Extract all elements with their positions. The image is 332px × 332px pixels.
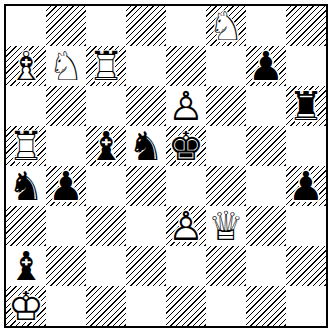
page-background: ♞♘♝♗♞♘♜♖♟♟♟♙♜♜♜♖♝♝♞♞♚♚♞♞♟♟♟♟♟♙♛♕♝♝♚♔ bbox=[0, 4, 332, 332]
square-d2[interactable] bbox=[126, 246, 166, 286]
white-bishop-a7: ♝♗ bbox=[6, 46, 46, 86]
square-a4[interactable]: ♞♞ bbox=[6, 166, 46, 206]
square-a2[interactable]: ♝♝ bbox=[6, 246, 46, 286]
square-c5[interactable]: ♝♝ bbox=[86, 126, 126, 166]
piece-halo: ♝ bbox=[8, 246, 44, 286]
white-knight-f8: ♞♘ bbox=[206, 6, 246, 46]
square-c3[interactable] bbox=[86, 206, 126, 246]
square-b1[interactable] bbox=[46, 286, 86, 326]
piece-glyph: ♕ bbox=[208, 206, 244, 246]
square-f2[interactable] bbox=[206, 246, 246, 286]
square-f4[interactable] bbox=[206, 166, 246, 206]
piece-glyph: ♖ bbox=[88, 46, 124, 86]
square-a5[interactable]: ♜♖ bbox=[6, 126, 46, 166]
piece-glyph: ♙ bbox=[168, 206, 204, 246]
square-e3[interactable]: ♟♙ bbox=[166, 206, 206, 246]
square-g4[interactable] bbox=[246, 166, 286, 206]
square-h1[interactable] bbox=[286, 286, 326, 326]
piece-halo: ♞ bbox=[48, 46, 84, 86]
white-rook-c7: ♜♖ bbox=[86, 46, 126, 86]
square-h6[interactable]: ♜♜ bbox=[286, 86, 326, 126]
square-f1[interactable] bbox=[206, 286, 246, 326]
black-knight-a4: ♞♞ bbox=[6, 166, 46, 206]
square-g5[interactable] bbox=[246, 126, 286, 166]
piece-halo: ♜ bbox=[8, 126, 44, 166]
piece-halo: ♞ bbox=[8, 166, 44, 206]
square-g1[interactable] bbox=[246, 286, 286, 326]
square-f5[interactable] bbox=[206, 126, 246, 166]
square-h8[interactable] bbox=[286, 6, 326, 46]
piece-glyph: ♟ bbox=[48, 166, 84, 206]
piece-glyph: ♟ bbox=[248, 46, 284, 86]
piece-halo: ♚ bbox=[8, 286, 44, 326]
square-d8[interactable] bbox=[126, 6, 166, 46]
piece-glyph: ♙ bbox=[168, 86, 204, 126]
square-b8[interactable] bbox=[46, 6, 86, 46]
square-d1[interactable] bbox=[126, 286, 166, 326]
square-e8[interactable] bbox=[166, 6, 206, 46]
square-h5[interactable] bbox=[286, 126, 326, 166]
square-g2[interactable] bbox=[246, 246, 286, 286]
black-king-e5: ♚♚ bbox=[166, 126, 206, 166]
square-g8[interactable] bbox=[246, 6, 286, 46]
square-b4[interactable]: ♟♟ bbox=[46, 166, 86, 206]
black-knight-d5: ♞♞ bbox=[126, 126, 166, 166]
square-a7[interactable]: ♝♗ bbox=[6, 46, 46, 86]
square-f6[interactable] bbox=[206, 86, 246, 126]
piece-glyph: ♔ bbox=[8, 286, 44, 326]
piece-halo: ♜ bbox=[88, 46, 124, 86]
square-h3[interactable] bbox=[286, 206, 326, 246]
square-e1[interactable] bbox=[166, 286, 206, 326]
square-h7[interactable] bbox=[286, 46, 326, 86]
black-pawn-g7: ♟♟ bbox=[246, 46, 286, 86]
white-rook-a5: ♜♖ bbox=[6, 126, 46, 166]
piece-halo: ♟ bbox=[288, 166, 324, 206]
piece-halo: ♝ bbox=[8, 46, 44, 86]
piece-glyph: ♚ bbox=[168, 126, 204, 166]
piece-glyph: ♝ bbox=[88, 126, 124, 166]
piece-halo: ♝ bbox=[88, 126, 124, 166]
square-c1[interactable] bbox=[86, 286, 126, 326]
square-c8[interactable] bbox=[86, 6, 126, 46]
piece-halo: ♟ bbox=[248, 46, 284, 86]
white-pawn-e6: ♟♙ bbox=[166, 86, 206, 126]
square-g3[interactable] bbox=[246, 206, 286, 246]
square-h2[interactable] bbox=[286, 246, 326, 286]
white-king-a1: ♚♔ bbox=[6, 286, 46, 326]
square-f3[interactable]: ♛♕ bbox=[206, 206, 246, 246]
square-e7[interactable] bbox=[166, 46, 206, 86]
piece-glyph: ♗ bbox=[8, 46, 44, 86]
piece-glyph: ♞ bbox=[8, 166, 44, 206]
square-e5[interactable]: ♚♚ bbox=[166, 126, 206, 166]
piece-halo: ♜ bbox=[288, 86, 324, 126]
square-a1[interactable]: ♚♔ bbox=[6, 286, 46, 326]
piece-glyph: ♘ bbox=[208, 6, 244, 46]
square-d7[interactable] bbox=[126, 46, 166, 86]
piece-glyph: ♜ bbox=[288, 86, 324, 126]
square-d3[interactable] bbox=[126, 206, 166, 246]
square-c4[interactable] bbox=[86, 166, 126, 206]
piece-glyph: ♝ bbox=[8, 246, 44, 286]
square-b3[interactable] bbox=[46, 206, 86, 246]
square-a8[interactable] bbox=[6, 6, 46, 46]
square-d6[interactable] bbox=[126, 86, 166, 126]
square-b6[interactable] bbox=[46, 86, 86, 126]
square-c6[interactable] bbox=[86, 86, 126, 126]
square-c7[interactable]: ♜♖ bbox=[86, 46, 126, 86]
black-bishop-c5: ♝♝ bbox=[86, 126, 126, 166]
black-pawn-h4: ♟♟ bbox=[286, 166, 326, 206]
square-d5[interactable]: ♞♞ bbox=[126, 126, 166, 166]
piece-glyph: ♞ bbox=[128, 126, 164, 166]
square-b2[interactable] bbox=[46, 246, 86, 286]
white-pawn-e3: ♟♙ bbox=[166, 206, 206, 246]
square-h4[interactable]: ♟♟ bbox=[286, 166, 326, 206]
square-c2[interactable] bbox=[86, 246, 126, 286]
chess-board: ♞♘♝♗♞♘♜♖♟♟♟♙♜♜♜♖♝♝♞♞♚♚♞♞♟♟♟♟♟♙♛♕♝♝♚♔ bbox=[6, 6, 326, 326]
piece-glyph: ♖ bbox=[8, 126, 44, 166]
square-g6[interactable] bbox=[246, 86, 286, 126]
piece-halo: ♞ bbox=[128, 126, 164, 166]
piece-glyph: ♟ bbox=[288, 166, 324, 206]
square-e6[interactable]: ♟♙ bbox=[166, 86, 206, 126]
square-e2[interactable] bbox=[166, 246, 206, 286]
square-d4[interactable] bbox=[126, 166, 166, 206]
white-knight-b7: ♞♘ bbox=[46, 46, 86, 86]
black-bishop-a2: ♝♝ bbox=[6, 246, 46, 286]
square-b5[interactable] bbox=[46, 126, 86, 166]
square-g7[interactable]: ♟♟ bbox=[246, 46, 286, 86]
square-a3[interactable] bbox=[6, 206, 46, 246]
square-f8[interactable]: ♞♘ bbox=[206, 6, 246, 46]
black-pawn-b4: ♟♟ bbox=[46, 166, 86, 206]
piece-halo: ♛ bbox=[208, 206, 244, 246]
piece-glyph: ♘ bbox=[48, 46, 84, 86]
square-f7[interactable] bbox=[206, 46, 246, 86]
piece-halo: ♟ bbox=[168, 86, 204, 126]
white-queen-f3: ♛♕ bbox=[206, 206, 246, 246]
square-a6[interactable] bbox=[6, 86, 46, 126]
chess-board-frame: ♞♘♝♗♞♘♜♖♟♟♟♙♜♜♜♖♝♝♞♞♚♚♞♞♟♟♟♟♟♙♛♕♝♝♚♔ bbox=[4, 4, 328, 328]
piece-halo: ♟ bbox=[48, 166, 84, 206]
piece-halo: ♚ bbox=[168, 126, 204, 166]
square-b7[interactable]: ♞♘ bbox=[46, 46, 86, 86]
black-rook-h6: ♜♜ bbox=[286, 86, 326, 126]
piece-halo: ♟ bbox=[168, 206, 204, 246]
square-e4[interactable] bbox=[166, 166, 206, 206]
piece-halo: ♞ bbox=[208, 6, 244, 46]
